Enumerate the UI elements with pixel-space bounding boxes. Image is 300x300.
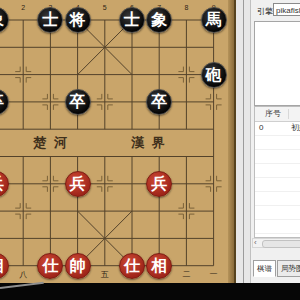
empty-row xyxy=(255,177,300,192)
moves-table-header: 序号 xyxy=(255,107,300,122)
empty-row xyxy=(255,191,300,206)
piece-卒[interactable]: 卒 xyxy=(146,89,172,115)
bottom-tabs: 棋谱局势图 xyxy=(253,260,300,277)
moves-table[interactable]: 序号 0初始局面 xyxy=(254,106,300,238)
bottom-black-strip xyxy=(0,283,300,300)
file-label-bottom: 八 xyxy=(16,269,30,280)
piece-仕[interactable]: 仕 xyxy=(119,253,145,279)
piece-相[interactable]: 相 xyxy=(146,253,172,279)
move-row[interactable]: 0初始局面 xyxy=(255,121,300,136)
piece-将[interactable]: 将 xyxy=(65,7,91,33)
piece-仕[interactable]: 仕 xyxy=(37,253,63,279)
piece-馬[interactable]: 馬 xyxy=(201,7,227,33)
column-header-index: 序号 xyxy=(255,109,281,118)
horizontal-scrollbar[interactable]: ‹ xyxy=(252,238,300,248)
piece-兵[interactable]: 兵 xyxy=(146,171,172,197)
file-label-top: 5 xyxy=(98,4,112,11)
piece-卒[interactable]: 卒 xyxy=(65,89,91,115)
xiangqi-board[interactable]: 123456789九八七六五四三二一 楚河 漢界 象士将士象馬砲卒卒卒兵兵兵相仕… xyxy=(0,0,236,283)
board-frame xyxy=(228,0,236,283)
file-label-bottom: 二 xyxy=(179,269,193,280)
splitter-line[interactable] xyxy=(243,0,244,283)
empty-row xyxy=(255,135,300,150)
river-label-chu-he: 楚河 xyxy=(19,134,89,152)
piece-砲[interactable]: 砲 xyxy=(201,62,227,88)
empty-row xyxy=(255,205,300,220)
engine-output-box[interactable] xyxy=(254,21,300,106)
piece-士[interactable]: 士 xyxy=(119,7,145,33)
engine-panel: 引擎 pikafish 序号 0初始局面 ‹ 棋谱局势图 xyxy=(250,0,300,283)
piece-帥[interactable]: 帥 xyxy=(65,253,91,279)
engine-label: 引擎 xyxy=(257,6,273,17)
engine-select-value: pikafish xyxy=(276,6,300,15)
scrollbar-thumb[interactable] xyxy=(262,240,300,248)
engine-select[interactable]: pikafish xyxy=(273,3,300,16)
scroll-left-arrow-icon[interactable]: ‹ xyxy=(254,238,257,247)
file-label-bottom: 五 xyxy=(98,269,112,280)
piece-象[interactable]: 象 xyxy=(146,7,172,33)
engine-bar: 引擎 pikafish xyxy=(251,3,300,18)
piece-兵[interactable]: 兵 xyxy=(65,171,91,197)
move-label: 初始局面 xyxy=(291,121,300,135)
empty-row xyxy=(255,219,300,234)
empty-row xyxy=(255,163,300,178)
tab-qipu[interactable]: 棋谱 xyxy=(253,260,276,277)
tab-jushitu[interactable]: 局势图 xyxy=(277,260,300,277)
file-label-top: 8 xyxy=(179,4,193,11)
empty-row xyxy=(255,149,300,164)
column-separator xyxy=(288,109,289,119)
move-index: 0 xyxy=(259,121,263,135)
river-label-han-jie: 漢界 xyxy=(117,134,187,152)
file-label-top: 2 xyxy=(16,4,30,11)
file-label-bottom: 一 xyxy=(207,269,221,280)
app-window: 123456789九八七六五四三二一 楚河 漢界 象士将士象馬砲卒卒卒兵兵兵相仕… xyxy=(0,0,300,300)
panel-gap xyxy=(236,0,250,283)
